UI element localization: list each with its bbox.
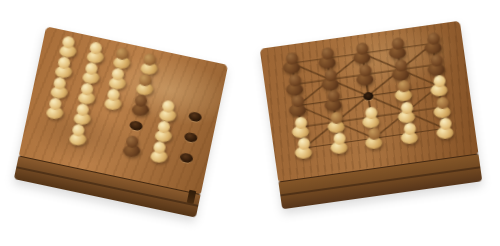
board-point (320, 130, 358, 156)
dark-peg[interactable] (289, 95, 306, 116)
dark-peg[interactable] (354, 43, 371, 64)
light-peg[interactable] (295, 138, 312, 159)
light-peg[interactable] (137, 74, 154, 95)
light-peg[interactable] (86, 42, 103, 63)
alquerque-grid (273, 30, 464, 161)
board-point (355, 125, 393, 151)
light-peg[interactable] (401, 123, 418, 144)
light-peg[interactable] (46, 98, 63, 119)
board-point (89, 128, 121, 154)
board-point (426, 115, 464, 141)
dark-peg[interactable] (427, 54, 444, 75)
empty-hole (129, 120, 144, 132)
light-peg[interactable] (159, 101, 176, 122)
light-peg[interactable] (155, 121, 172, 142)
dark-peg[interactable] (322, 69, 339, 90)
alquerque-play-area (273, 30, 464, 161)
light-peg[interactable] (363, 107, 380, 128)
solitaire-play-area (36, 34, 220, 164)
dark-peg[interactable] (357, 64, 374, 85)
board-point (143, 139, 175, 165)
box-clasp (187, 190, 197, 204)
board-point (62, 122, 94, 148)
dark-peg[interactable] (424, 33, 441, 54)
dark-peg[interactable] (123, 136, 140, 157)
product-photo (0, 0, 500, 246)
light-peg[interactable] (395, 80, 412, 101)
dark-peg[interactable] (392, 59, 409, 80)
dark-peg[interactable] (132, 95, 149, 116)
light-peg[interactable] (82, 63, 99, 84)
light-peg[interactable] (50, 78, 67, 99)
empty-hole (184, 132, 199, 144)
alquerque-board (260, 21, 483, 210)
center-empty-hole (363, 91, 374, 100)
empty-hole (188, 111, 203, 123)
light-peg[interactable] (69, 124, 86, 145)
dark-peg[interactable] (283, 53, 300, 74)
light-peg[interactable] (141, 54, 158, 75)
light-peg[interactable] (331, 133, 348, 154)
light-peg[interactable] (114, 48, 131, 69)
board-point (171, 145, 203, 171)
solitaire-grid (36, 34, 220, 164)
light-peg[interactable] (398, 102, 415, 123)
board-point (116, 133, 148, 159)
light-peg[interactable] (78, 83, 95, 104)
empty-hole (179, 152, 194, 164)
dark-peg[interactable] (389, 38, 406, 59)
light-peg[interactable] (433, 97, 450, 118)
light-peg[interactable] (55, 57, 72, 78)
light-peg[interactable] (430, 75, 447, 96)
solitaire-board (14, 26, 228, 217)
board-point (390, 120, 428, 146)
light-peg[interactable] (328, 112, 345, 133)
dark-peg[interactable] (319, 48, 336, 69)
light-peg[interactable] (436, 118, 453, 139)
light-peg[interactable] (151, 142, 168, 163)
light-peg[interactable] (73, 104, 90, 125)
board-point (34, 116, 66, 142)
light-peg[interactable] (292, 116, 309, 137)
board-point (285, 135, 323, 161)
light-peg[interactable] (59, 37, 76, 58)
light-peg[interactable] (366, 128, 383, 149)
light-peg[interactable] (109, 69, 126, 90)
light-peg[interactable] (105, 89, 122, 110)
dark-peg[interactable] (325, 90, 342, 111)
dark-peg[interactable] (286, 74, 303, 95)
